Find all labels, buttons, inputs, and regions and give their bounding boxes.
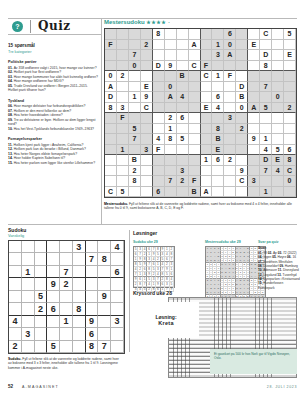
sudoku-cell[interactable] [165, 103, 177, 114]
sudoku-cell[interactable] [117, 134, 129, 145]
sudoku-cell[interactable] [201, 176, 213, 187]
sudoku-cell[interactable] [248, 82, 260, 93]
sudoku-cell[interactable] [212, 113, 224, 124]
sudoku-cell[interactable] [129, 145, 141, 156]
sudoku-cell[interactable] [111, 253, 124, 265]
sudoku-solution-grid: 5346789126721953481983425678597614234268… [133, 246, 175, 288]
sudoku-cell[interactable] [117, 124, 129, 135]
sudoku-cell[interactable] [9, 241, 22, 253]
crossword-solution-word-box: Løsning: Kreta [133, 302, 199, 338]
sudoku-cell: 0 [165, 82, 177, 93]
sudoku-cell: 4 [260, 145, 272, 156]
sudoku-cell[interactable] [117, 155, 129, 166]
quiz-question: 10. Hva het Vest-Tysklands forbundskansl… [8, 127, 98, 132]
question-mark-icon: ? [15, 23, 19, 30]
sudoku-cell[interactable] [236, 29, 248, 40]
sudoku-cell[interactable] [212, 176, 224, 187]
sudoku-cell[interactable] [236, 145, 248, 156]
sudoku-cell[interactable] [9, 303, 22, 315]
sudoku-cell[interactable] [201, 82, 213, 93]
sudoku-cell[interactable] [236, 134, 248, 145]
sudoku-cell[interactable] [73, 278, 86, 290]
sudoku-cell[interactable] [86, 291, 99, 303]
sudoku-cell[interactable] [47, 316, 60, 328]
sudoku-cell[interactable] [284, 134, 296, 145]
sudoku-cell[interactable] [47, 291, 60, 303]
quiz-section-icon: ? [12, 21, 23, 32]
sudoku-cell: 9 [47, 278, 60, 290]
sudoku-cell: E [284, 50, 296, 61]
sudoku-cell[interactable] [248, 145, 260, 156]
quiz-question: 09. Tre av delstatene er byer. Hvilken a… [8, 118, 98, 127]
sudoku-cell: 0 [272, 92, 284, 103]
sudoku-cell[interactable] [212, 187, 224, 198]
sudoku-cell: C [141, 103, 153, 114]
sudoku-cell: 3 [111, 316, 124, 328]
sudoku-cell[interactable] [189, 50, 201, 61]
sudoku-cell: F [201, 61, 213, 72]
sudoku-cell[interactable] [141, 50, 153, 61]
sudoku-cell[interactable] [35, 266, 48, 278]
sudoku-cell[interactable] [177, 40, 189, 51]
sudoku-cell[interactable] [35, 328, 48, 340]
sudoku-cell[interactable] [141, 113, 153, 124]
sudoku-cell[interactable] [141, 134, 153, 145]
sudoku-cell[interactable] [141, 71, 153, 82]
sudoku-cell[interactable] [201, 134, 213, 145]
sudoku-cell[interactable] [141, 61, 153, 72]
sudoku-cell[interactable] [177, 82, 189, 93]
sudoku-cell[interactable] [9, 278, 22, 290]
sudoku-cell[interactable] [260, 92, 272, 103]
sudoku-cell[interactable] [141, 29, 153, 40]
sudoku-cell[interactable] [141, 166, 153, 177]
sudoku-cell[interactable] [153, 82, 165, 93]
caption-text: Fyll ut feltene slik at de vannrette og … [104, 202, 292, 210]
sudoku-cell[interactable] [236, 71, 248, 82]
sudoku-cell[interactable] [165, 187, 177, 198]
sudoku-cell[interactable] [177, 61, 189, 72]
sudoku-cell[interactable] [98, 328, 111, 340]
sudoku-cell: 1 [260, 187, 272, 198]
sudoku-cell[interactable] [260, 124, 272, 135]
sudoku-cell[interactable] [129, 71, 141, 82]
sudoku-cell[interactable] [129, 40, 141, 51]
sudoku-cell[interactable] [284, 124, 296, 135]
sudoku-cell[interactable] [212, 166, 224, 177]
sudoku-cell: 7 [86, 253, 99, 265]
sudoku-cell: 0 [129, 61, 141, 72]
sudoku-cell[interactable] [9, 328, 22, 340]
sudoku-cell[interactable] [129, 187, 141, 198]
sudoku-cell[interactable] [284, 61, 296, 72]
sudoku-cell: 7 [129, 50, 141, 61]
sudoku-cell[interactable] [22, 278, 35, 290]
sudoku-cell[interactable] [284, 40, 296, 51]
sudoku-cell[interactable] [35, 253, 48, 265]
sudoku-cell: 3 [141, 145, 153, 156]
sudoku-cell[interactable] [60, 241, 73, 253]
sudoku-cell[interactable] [35, 241, 48, 253]
quiz-question: 12. Hvilken park kan du besøke i Billund… [8, 147, 98, 152]
sudoku-cell[interactable] [177, 155, 189, 166]
sudoku-cell[interactable] [98, 278, 111, 290]
sudoku-cell[interactable] [189, 155, 201, 166]
sudoku-cell[interactable] [129, 113, 141, 124]
sudoku-cell[interactable] [212, 82, 224, 93]
sudoku-cell[interactable] [284, 82, 296, 93]
quiz-category: Fornøyelsesparker11. Hvilken kjent park … [8, 137, 98, 165]
sudoku-cell[interactable] [272, 124, 284, 135]
sudoku-cell[interactable] [189, 92, 201, 103]
sudoku-cell: 8 [153, 29, 165, 40]
sudoku-cell: 6 [86, 328, 99, 340]
sudoku-cell[interactable] [177, 29, 189, 40]
sudoku-cell: B [129, 155, 141, 166]
quiz-answer-list: 01. 98 02. Ap 03. 72 (2022)04. Ingen 05.… [258, 251, 300, 290]
sudoku-cell[interactable] [272, 61, 284, 72]
sudoku-cell: 2 [129, 166, 141, 177]
sudoku-cell[interactable] [129, 29, 141, 40]
sudoku-cell[interactable] [165, 155, 177, 166]
sudoku-cell: 6 [177, 113, 189, 124]
sudoku-cell[interactable] [141, 124, 153, 135]
sudoku-cell: F [117, 113, 129, 124]
sudoku-cell: 2 [236, 124, 248, 135]
sudoku-cell[interactable] [284, 92, 296, 103]
sudoku-cell[interactable] [248, 187, 260, 198]
sudoku-cell[interactable] [47, 328, 60, 340]
sudoku-cell[interactable] [272, 29, 284, 40]
sudoku-cell[interactable] [153, 50, 165, 61]
sudoku-cell[interactable] [284, 113, 296, 124]
sudoku-cell[interactable] [22, 291, 35, 303]
sudoku-cell[interactable] [248, 92, 260, 103]
sudoku-cell[interactable] [248, 50, 260, 61]
sudoku-cell[interactable] [201, 124, 213, 135]
sudoku-cell: 4 [111, 241, 124, 253]
sudoku-cell[interactable] [224, 176, 236, 187]
sudoku-cell: 4 [177, 92, 189, 103]
sudoku-cell[interactable] [224, 134, 236, 145]
sudoku-cell[interactable] [284, 71, 296, 82]
sudoku-cell: 2 [141, 40, 153, 51]
sudoku-cell[interactable] [272, 187, 284, 198]
sudoku-cell[interactable] [248, 71, 260, 82]
sudoku-cell[interactable] [236, 155, 248, 166]
sudoku-cell: 2 [35, 303, 48, 315]
sudoku-cell[interactable] [201, 145, 213, 156]
caption-lead: Mestersudoku. [104, 202, 128, 206]
sudoku-cell[interactable] [224, 103, 236, 114]
sudoku-cell[interactable] [73, 341, 86, 353]
sudoku-cell[interactable] [153, 92, 165, 103]
sudoku-cell[interactable] [272, 82, 284, 93]
sudoku-cell[interactable] [22, 241, 35, 253]
sudoku-cell[interactable] [153, 103, 165, 114]
sudoku-cell[interactable] [189, 113, 201, 124]
sudoku-cell[interactable] [105, 166, 117, 177]
sudoku-cell[interactable] [165, 29, 177, 40]
sudoku-cell: C [189, 61, 201, 72]
quiz-question-list: Politiske partier01. Av 358 ordførere va… [8, 60, 98, 171]
sudoku-cell[interactable] [22, 253, 35, 265]
sudoku-cell[interactable] [47, 253, 60, 265]
sudoku-cell[interactable] [260, 40, 272, 51]
sudoku-cell[interactable] [105, 113, 117, 124]
sudoku-cell: B [212, 134, 224, 145]
sudoku-cell: 6 [47, 303, 60, 315]
sudoku-cell[interactable] [248, 29, 260, 40]
sudoku-cell[interactable] [111, 303, 124, 315]
sudoku-cell[interactable] [73, 266, 86, 278]
sudoku-cell[interactable] [165, 50, 177, 61]
sudoku-cell[interactable] [236, 113, 248, 124]
sudoku-cell[interactable] [22, 303, 35, 315]
sudoku-cell[interactable] [153, 113, 165, 124]
crossword-solution-word: Kreta [158, 320, 174, 326]
sudoku-cell[interactable] [73, 291, 86, 303]
sudoku-cell[interactable] [60, 303, 73, 315]
quiz-header-rule [8, 34, 101, 35]
sudoku-cell[interactable] [98, 316, 111, 328]
sudoku-cell[interactable] [98, 266, 111, 278]
sudoku-cell[interactable] [248, 166, 260, 177]
sudoku-cell[interactable] [201, 92, 213, 103]
sudoku-cell: C [201, 71, 213, 82]
sudoku-cell[interactable] [60, 341, 73, 353]
sudoku-cell[interactable] [9, 253, 22, 265]
sudoku-cell[interactable] [201, 166, 213, 177]
sudoku-cell: 5 [177, 134, 189, 145]
sudoku-cell[interactable] [272, 113, 284, 124]
sudoku-cell[interactable] [201, 50, 213, 61]
sudoku-cell[interactable] [153, 176, 165, 187]
sudoku-cell: A [189, 40, 201, 51]
sudoku-cell[interactable] [86, 241, 99, 253]
quiz-answers-label: Svar: [258, 246, 267, 250]
sudoku-cell: 6 [153, 187, 165, 198]
sudoku-cell[interactable] [129, 82, 141, 93]
sudoku-cell: 7 [129, 134, 141, 145]
sudoku-cell[interactable] [224, 187, 236, 198]
sudoku-cell[interactable] [105, 61, 117, 72]
sudoku-cell: 8 [105, 103, 117, 114]
lower-column-divider [129, 230, 130, 352]
sudoku-cell: 8 [86, 341, 99, 353]
sudoku-cell[interactable] [117, 29, 129, 40]
sudoku-cell[interactable] [117, 82, 129, 93]
sudoku-cell[interactable] [86, 266, 99, 278]
sudoku-cell[interactable] [224, 82, 236, 93]
sudoku-cell[interactable] [111, 328, 124, 340]
sudoku-cell[interactable] [189, 166, 201, 177]
caption-text: Fyll ut feltene slik at de vannrette og … [8, 357, 119, 370]
sudoku-cell[interactable] [141, 155, 153, 166]
sudoku-cell[interactable] [212, 29, 224, 40]
sudoku-cell[interactable] [177, 50, 189, 61]
sudoku-cell: 0 [236, 103, 248, 114]
sudoku-cell[interactable] [165, 40, 177, 51]
sudoku-cell[interactable] [177, 187, 189, 198]
sudoku-cell[interactable] [248, 155, 260, 166]
sudoku-cell: 1 [117, 145, 129, 156]
sudoku-cell: 0 [284, 176, 296, 187]
sudoku-cell[interactable] [73, 316, 86, 328]
sudoku-cell[interactable] [86, 303, 99, 315]
sudoku-cell[interactable] [105, 29, 117, 40]
sudoku-cell[interactable] [224, 166, 236, 177]
sudoku-cell: 5 [35, 291, 48, 303]
sudoku-cell[interactable] [153, 124, 165, 135]
sudoku-cell[interactable] [165, 145, 177, 156]
sudoku-cell[interactable] [224, 145, 236, 156]
sudoku-cell[interactable] [105, 50, 117, 61]
crossword-heading: Kryssord uke 28 [133, 290, 172, 296]
sudoku-cell: 3 [248, 176, 260, 187]
sudoku-cell[interactable] [236, 50, 248, 61]
sudoku-cell[interactable] [60, 328, 73, 340]
sudoku-cell[interactable] [165, 166, 177, 177]
sudoku-cell[interactable] [272, 103, 284, 114]
sudoku-cell[interactable] [201, 113, 213, 124]
sudoku-cell[interactable] [224, 92, 236, 103]
sudoku-cell[interactable] [224, 61, 236, 72]
sudoku-cell: 1 [201, 155, 213, 166]
sudoku-cell[interactable] [272, 176, 284, 187]
sudoku-cell[interactable] [177, 145, 189, 156]
sudoku-cell: D [236, 82, 248, 93]
sudoku-cell[interactable] [105, 124, 117, 135]
sudoku-cell: E [212, 145, 224, 156]
sudoku-cell[interactable] [86, 278, 99, 290]
sudoku-cell[interactable] [224, 124, 236, 135]
sudoku-cell[interactable] [212, 61, 224, 72]
sudoku-cell[interactable] [9, 266, 22, 278]
sudoku-cell[interactable] [98, 303, 111, 315]
sudoku-cell: 4 [272, 166, 284, 177]
sudoku-cell: D [260, 50, 272, 61]
sudoku-cell: 9 [86, 316, 99, 328]
sudoku-cell: 3 [212, 50, 224, 61]
sudoku-cell[interactable] [236, 40, 248, 51]
sudoku-cell[interactable] [272, 71, 284, 82]
sudoku-cell: A [224, 50, 236, 61]
sudoku-cell: A [248, 103, 260, 114]
sudoku-cell[interactable] [105, 155, 117, 166]
sudoku-cell[interactable] [9, 291, 22, 303]
sudoku-grid: 347817692592684193362587 [8, 240, 125, 354]
sudoku-cell[interactable] [248, 113, 260, 124]
sudoku-cell[interactable] [153, 166, 165, 177]
mid-rule [8, 224, 297, 225]
sudoku-cell[interactable] [73, 328, 86, 340]
sudoku-cell[interactable] [105, 134, 117, 145]
sudoku-cell[interactable] [189, 134, 201, 145]
sudoku-cell[interactable] [111, 278, 124, 290]
sudoku-cell: 4 [153, 134, 165, 145]
sudoku-cell[interactable] [35, 341, 48, 353]
sudoku-caption: Sudoku. Fyll ut feltene slik at de vannr… [8, 357, 120, 370]
sudoku-cell[interactable] [111, 341, 124, 353]
sudoku-cell[interactable] [117, 92, 129, 103]
sudoku-cell: 3 [117, 103, 129, 114]
sudoku-cell[interactable] [117, 40, 129, 51]
sudoku-cell: 8 [284, 155, 296, 166]
sudoku-cell: 8 [98, 253, 111, 265]
sudoku-cell[interactable] [105, 145, 117, 156]
sudoku-cell[interactable] [60, 253, 73, 265]
sudoku-cell: 7 [165, 176, 177, 187]
sudoku-cell[interactable] [117, 166, 129, 177]
sudoku-cell: 2 [9, 341, 22, 353]
sudoku-cell[interactable] [272, 40, 284, 51]
sudoku-cell[interactable] [189, 145, 201, 156]
sudoku-cell[interactable] [248, 61, 260, 72]
sudoku-cell[interactable] [201, 40, 213, 51]
sudoku-cell[interactable] [22, 316, 35, 328]
sudoku-cell[interactable] [201, 29, 213, 40]
sudoku-cell[interactable] [35, 316, 48, 328]
sudoku-cell[interactable] [165, 71, 177, 82]
sudoku-cell: D [153, 61, 165, 72]
sudoku-cell[interactable] [73, 253, 86, 265]
sudoku-cell[interactable] [260, 113, 272, 124]
sudoku-cell[interactable] [260, 176, 272, 187]
sudoku-cell[interactable] [272, 50, 284, 61]
sudoku-cell: 4 [9, 316, 22, 328]
sudoku-cell[interactable] [260, 71, 272, 82]
sudoku-cell[interactable] [284, 187, 296, 198]
sudoku-cell[interactable] [35, 278, 48, 290]
sudoku-cell[interactable] [177, 103, 189, 114]
sudoku-cell[interactable] [153, 40, 165, 51]
sudoku-cell[interactable] [248, 124, 260, 135]
sudoku-cell[interactable] [236, 187, 248, 198]
sudoku-cell[interactable] [153, 155, 165, 166]
sudoku-cell[interactable] [117, 61, 129, 72]
sudoku-cell: A [105, 82, 117, 93]
sudoku-cell[interactable] [189, 82, 201, 93]
sudoku-cell[interactable] [189, 124, 201, 135]
sudoku-cell: 0 [224, 40, 236, 51]
sudoku-cell: 9 [165, 61, 177, 72]
sudoku-cell[interactable] [105, 176, 117, 187]
sudoku-cell[interactable] [22, 341, 35, 353]
sudoku-cell[interactable] [189, 103, 201, 114]
sudoku-cell[interactable] [272, 134, 284, 145]
sudoku-cell[interactable] [153, 71, 165, 82]
crossword-prize-note: Et gavekort på 500 kr hos Norli går til … [210, 349, 297, 374]
sudoku-cell[interactable] [177, 124, 189, 135]
sudoku-cell[interactable] [117, 50, 129, 61]
sudoku-cell[interactable] [111, 291, 124, 303]
sudoku-cell[interactable] [47, 266, 60, 278]
sudoku-cell[interactable] [98, 241, 111, 253]
sudoku-cell[interactable] [47, 241, 60, 253]
sudoku-cell[interactable] [189, 71, 201, 82]
caption-lead: Sudoku. [8, 357, 21, 361]
sudoku-cell[interactable] [141, 176, 153, 187]
sudoku-cell[interactable] [60, 291, 73, 303]
quiz-answer-line: 15. Hunderfossen Familiepark [258, 281, 300, 290]
sudoku-cell[interactable] [236, 61, 248, 72]
quiz-question-count: 15 spørsmål [8, 43, 35, 48]
sudoku-cell[interactable] [129, 103, 141, 114]
sudoku-cell[interactable] [141, 187, 153, 198]
sudoku-cell[interactable] [189, 29, 201, 40]
sudoku-cell[interactable] [117, 176, 129, 187]
